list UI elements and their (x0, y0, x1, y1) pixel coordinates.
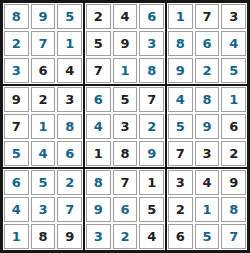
box-6: 481596732 (166, 85, 248, 168)
cell-r3c7[interactable]: 9 (168, 58, 193, 83)
cell-r1c8[interactable]: 7 (195, 4, 220, 29)
cell-r7c3[interactable]: 2 (57, 170, 82, 195)
cell-r3c5[interactable]: 1 (113, 58, 138, 83)
cell-r7c5[interactable]: 7 (113, 170, 138, 195)
cell-r3c8[interactable]: 2 (195, 58, 220, 83)
box-5: 657432189 (84, 85, 166, 168)
cell-r7c4[interactable]: 8 (86, 170, 111, 195)
cell-r5c9[interactable]: 6 (221, 114, 246, 139)
cell-r4c8[interactable]: 8 (195, 87, 220, 112)
cell-r1c9[interactable]: 3 (221, 4, 246, 29)
cell-r4c3[interactable]: 3 (57, 87, 82, 112)
cell-r1c4[interactable]: 2 (86, 4, 111, 29)
cell-r3c4[interactable]: 7 (86, 58, 111, 83)
cell-r7c9[interactable]: 9 (221, 170, 246, 195)
cell-r2c2[interactable]: 7 (31, 31, 56, 56)
cell-r7c8[interactable]: 4 (195, 170, 220, 195)
cell-r1c6[interactable]: 6 (139, 4, 164, 29)
cell-r8c6[interactable]: 5 (139, 197, 164, 222)
box-4: 923718546 (2, 85, 84, 168)
cell-r6c8[interactable]: 3 (195, 141, 220, 166)
cell-r9c7[interactable]: 6 (168, 224, 193, 249)
box-7: 652437189 (2, 168, 84, 251)
cell-r2c9[interactable]: 4 (221, 31, 246, 56)
cell-r5c7[interactable]: 5 (168, 114, 193, 139)
cell-r3c2[interactable]: 6 (31, 58, 56, 83)
cell-r8c9[interactable]: 8 (221, 197, 246, 222)
cell-r4c2[interactable]: 2 (31, 87, 56, 112)
cell-r4c7[interactable]: 4 (168, 87, 193, 112)
cell-r5c4[interactable]: 4 (86, 114, 111, 139)
sudoku-board: 8952713642465937181738649259237185466574… (0, 0, 250, 253)
cell-r8c7[interactable]: 2 (168, 197, 193, 222)
cell-r7c6[interactable]: 1 (139, 170, 164, 195)
cell-r6c7[interactable]: 7 (168, 141, 193, 166)
cell-r9c4[interactable]: 3 (86, 224, 111, 249)
cell-r6c9[interactable]: 2 (221, 141, 246, 166)
box-3: 173864925 (166, 2, 248, 85)
cell-r5c8[interactable]: 9 (195, 114, 220, 139)
cell-r8c2[interactable]: 3 (31, 197, 56, 222)
cell-r3c1[interactable]: 3 (4, 58, 29, 83)
cell-r2c6[interactable]: 3 (139, 31, 164, 56)
cell-r1c3[interactable]: 5 (57, 4, 82, 29)
box-9: 349218657 (166, 168, 248, 251)
cell-r8c8[interactable]: 1 (195, 197, 220, 222)
cell-r8c5[interactable]: 6 (113, 197, 138, 222)
cell-r9c3[interactable]: 9 (57, 224, 82, 249)
cell-r2c3[interactable]: 1 (57, 31, 82, 56)
cell-r2c7[interactable]: 8 (168, 31, 193, 56)
cell-r4c5[interactable]: 5 (113, 87, 138, 112)
cell-r4c6[interactable]: 7 (139, 87, 164, 112)
cell-r4c4[interactable]: 6 (86, 87, 111, 112)
cell-r6c5[interactable]: 8 (113, 141, 138, 166)
cell-r8c3[interactable]: 7 (57, 197, 82, 222)
sudoku-page: 8952713642465937181738649259237185466574… (0, 0, 250, 253)
cell-r2c5[interactable]: 9 (113, 31, 138, 56)
cell-r8c1[interactable]: 4 (4, 197, 29, 222)
cell-r5c1[interactable]: 7 (4, 114, 29, 139)
cell-r6c1[interactable]: 5 (4, 141, 29, 166)
cell-r7c7[interactable]: 3 (168, 170, 193, 195)
cell-r9c6[interactable]: 4 (139, 224, 164, 249)
cell-r2c1[interactable]: 2 (4, 31, 29, 56)
box-1: 895271364 (2, 2, 84, 85)
cell-r9c2[interactable]: 8 (31, 224, 56, 249)
cell-r5c6[interactable]: 2 (139, 114, 164, 139)
cell-r6c3[interactable]: 6 (57, 141, 82, 166)
cell-r4c1[interactable]: 9 (4, 87, 29, 112)
cell-r3c9[interactable]: 5 (221, 58, 246, 83)
cell-r6c6[interactable]: 9 (139, 141, 164, 166)
cell-r9c8[interactable]: 5 (195, 224, 220, 249)
cell-r8c4[interactable]: 9 (86, 197, 111, 222)
cell-r6c2[interactable]: 4 (31, 141, 56, 166)
cell-r3c6[interactable]: 8 (139, 58, 164, 83)
cell-r5c5[interactable]: 3 (113, 114, 138, 139)
cell-r7c1[interactable]: 6 (4, 170, 29, 195)
cell-r3c3[interactable]: 4 (57, 58, 82, 83)
cell-r9c9[interactable]: 7 (221, 224, 246, 249)
cell-r2c4[interactable]: 5 (86, 31, 111, 56)
cell-r2c8[interactable]: 6 (195, 31, 220, 56)
cell-r5c2[interactable]: 1 (31, 114, 56, 139)
cell-r9c5[interactable]: 2 (113, 224, 138, 249)
cell-r1c1[interactable]: 8 (4, 4, 29, 29)
box-8: 871965324 (84, 168, 166, 251)
cell-r1c7[interactable]: 1 (168, 4, 193, 29)
cell-r4c9[interactable]: 1 (221, 87, 246, 112)
cell-r1c5[interactable]: 4 (113, 4, 138, 29)
box-2: 246593718 (84, 2, 166, 85)
cell-r6c4[interactable]: 1 (86, 141, 111, 166)
cell-r1c2[interactable]: 9 (31, 4, 56, 29)
cell-r7c2[interactable]: 5 (31, 170, 56, 195)
cell-r9c1[interactable]: 1 (4, 224, 29, 249)
cell-r5c3[interactable]: 8 (57, 114, 82, 139)
